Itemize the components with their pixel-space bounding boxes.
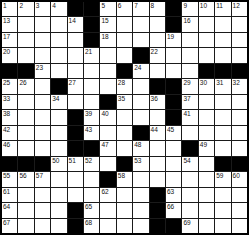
white-cell-r15c12[interactable]: 69	[182, 219, 197, 233]
black-cell-r8c11	[166, 110, 181, 124]
black-cell-r15c11	[166, 219, 181, 233]
clue-number-6: 6	[118, 2, 122, 9]
white-cell-r12c9[interactable]	[133, 172, 148, 186]
white-cell-r3c12[interactable]	[182, 33, 197, 47]
white-cell-r4c12[interactable]	[182, 48, 197, 62]
white-cell-r14c7[interactable]	[100, 203, 115, 217]
white-cell-r2c9[interactable]	[133, 17, 148, 31]
white-cell-r10c3[interactable]	[35, 141, 50, 155]
white-cell-r2c15[interactable]	[232, 17, 247, 31]
white-cell-r5c12[interactable]	[182, 64, 197, 78]
white-cell-r3c1[interactable]: 17	[2, 33, 17, 47]
white-cell-r6c1[interactable]: 25	[2, 79, 17, 93]
white-cell-r7c15[interactable]	[232, 95, 247, 109]
white-cell-r10c7[interactable]: 47	[100, 141, 115, 155]
white-cell-r9c6[interactable]: 43	[84, 126, 99, 140]
black-cell-r11c1	[2, 157, 17, 171]
white-cell-r8c10[interactable]	[150, 110, 165, 124]
white-cell-r8c6[interactable]: 39	[84, 110, 99, 124]
white-cell-r7c8[interactable]: 35	[117, 95, 132, 109]
crossword-board: 1234567891011121314151617181920212223242…	[0, 0, 249, 235]
white-cell-r7c9[interactable]	[133, 95, 148, 109]
white-cell-r10c13[interactable]: 49	[199, 141, 214, 155]
white-cell-r6c6[interactable]	[84, 79, 99, 93]
clue-number-62: 62	[101, 188, 108, 195]
white-cell-r2c10[interactable]	[150, 17, 165, 31]
white-cell-r2c12[interactable]: 16	[182, 17, 197, 31]
white-cell-r4c8[interactable]	[117, 48, 132, 62]
white-cell-r8c9[interactable]	[133, 110, 148, 124]
white-cell-r13c7[interactable]: 62	[100, 188, 115, 202]
white-cell-r1c9[interactable]: 7	[133, 2, 148, 16]
black-cell-r11c8	[117, 157, 132, 171]
white-cell-r4c6[interactable]: 21	[84, 48, 99, 62]
white-cell-r6c13[interactable]: 30	[199, 79, 214, 93]
white-cell-r5c7[interactable]	[100, 64, 115, 78]
white-cell-r14c4[interactable]	[51, 203, 66, 217]
white-cell-r6c7[interactable]	[100, 79, 115, 93]
white-cell-r3c5[interactable]	[68, 33, 83, 47]
white-cell-r5c9[interactable]: 24	[133, 64, 148, 78]
black-cell-r11c2	[18, 157, 33, 171]
white-cell-r13c8[interactable]	[117, 188, 132, 202]
white-cell-r9c8[interactable]	[117, 126, 132, 140]
white-cell-r12c3[interactable]: 57	[35, 172, 50, 186]
white-cell-r10c14[interactable]	[215, 141, 230, 155]
white-cell-r3c14[interactable]	[215, 33, 230, 47]
black-cell-r14c10	[150, 203, 165, 217]
clue-number-64: 64	[3, 203, 10, 210]
white-cell-r1c14[interactable]: 11	[215, 2, 230, 16]
black-cell-r10c6	[84, 141, 99, 155]
black-cell-r7c11	[166, 95, 181, 109]
white-cell-r8c12[interactable]: 41	[182, 110, 197, 124]
clue-number-41: 41	[183, 110, 190, 117]
white-cell-r12c15[interactable]: 60	[232, 172, 247, 186]
white-cell-r4c15[interactable]	[232, 48, 247, 62]
white-cell-r14c11[interactable]: 66	[166, 203, 181, 217]
clue-number-53: 53	[134, 157, 141, 164]
white-cell-r6c9[interactable]	[133, 79, 148, 93]
white-cell-r14c15[interactable]	[232, 203, 247, 217]
clue-number-23: 23	[36, 64, 43, 71]
clue-number-13: 13	[3, 17, 10, 24]
white-cell-r12c5[interactable]	[68, 172, 83, 186]
clue-number-7: 7	[134, 2, 138, 9]
white-cell-r15c13[interactable]	[199, 219, 214, 233]
white-cell-r13c9[interactable]	[133, 188, 148, 202]
clue-number-49: 49	[200, 141, 207, 148]
white-cell-r3c9[interactable]	[133, 33, 148, 47]
clue-number-66: 66	[167, 203, 174, 210]
white-cell-r1c13[interactable]: 10	[199, 2, 214, 16]
white-cell-r13c11[interactable]: 63	[166, 188, 181, 202]
white-cell-r1c8[interactable]: 6	[117, 2, 132, 16]
white-cell-r13c1[interactable]: 61	[2, 188, 17, 202]
white-cell-r14c2[interactable]	[18, 203, 33, 217]
white-cell-r14c8[interactable]	[117, 203, 132, 217]
black-cell-r2c6	[84, 17, 99, 31]
white-cell-r3c4[interactable]	[51, 33, 66, 47]
white-cell-r11c7[interactable]	[100, 157, 115, 171]
white-cell-r1c7[interactable]: 5	[100, 2, 115, 16]
clue-number-11: 11	[216, 2, 223, 9]
white-cell-r14c9[interactable]	[133, 203, 148, 217]
white-cell-r7c2[interactable]	[18, 95, 33, 109]
white-cell-r2c2[interactable]	[18, 17, 33, 31]
white-cell-r9c13[interactable]	[199, 126, 214, 140]
clue-number-26: 26	[19, 79, 26, 86]
black-cell-r6c4	[51, 79, 66, 93]
white-cell-r8c7[interactable]: 40	[100, 110, 115, 124]
clue-number-29: 29	[183, 79, 190, 86]
white-cell-r13c2[interactable]	[18, 188, 33, 202]
white-cell-r13c4[interactable]	[51, 188, 66, 202]
white-cell-r14c1[interactable]: 64	[2, 203, 17, 217]
white-cell-r4c4[interactable]	[51, 48, 66, 62]
black-cell-r10c12	[182, 141, 197, 155]
clue-number-33: 33	[3, 95, 10, 102]
white-cell-r1c3[interactable]: 3	[35, 2, 50, 16]
white-cell-r4c11[interactable]	[166, 48, 181, 62]
white-cell-r7c4[interactable]: 34	[51, 95, 66, 109]
black-cell-r5c2	[18, 64, 33, 78]
white-cell-r15c6[interactable]: 68	[84, 219, 99, 233]
white-cell-r12c1[interactable]: 55	[2, 172, 17, 186]
white-cell-r1c4[interactable]: 4	[51, 2, 66, 16]
clue-number-12: 12	[233, 2, 240, 9]
clue-number-42: 42	[3, 126, 10, 133]
white-cell-r12c11[interactable]	[166, 172, 181, 186]
white-cell-r9c3[interactable]	[35, 126, 50, 140]
white-cell-r8c4[interactable]	[51, 110, 66, 124]
white-cell-r11c10[interactable]	[150, 157, 165, 171]
black-cell-r15c10	[150, 219, 165, 233]
white-cell-r2c13[interactable]	[199, 17, 214, 31]
black-cell-r15c5	[68, 219, 83, 233]
white-cell-r8c14[interactable]	[215, 110, 230, 124]
black-cell-r1c11	[166, 2, 181, 16]
white-cell-r4c2[interactable]	[18, 48, 33, 62]
clue-number-43: 43	[85, 126, 92, 133]
clue-number-37: 37	[183, 95, 190, 102]
white-cell-r13c15[interactable]	[232, 188, 247, 202]
black-cell-r1c6	[84, 2, 99, 16]
white-cell-r2c3[interactable]	[35, 17, 50, 31]
black-cell-r11c3	[35, 157, 50, 171]
black-cell-r10c5	[68, 141, 83, 155]
white-cell-r8c2[interactable]	[18, 110, 33, 124]
white-cell-r8c13[interactable]	[199, 110, 214, 124]
clue-number-58: 58	[118, 172, 125, 179]
clue-number-1: 1	[3, 2, 7, 9]
clue-number-19: 19	[167, 33, 174, 40]
white-cell-r4c5[interactable]	[68, 48, 83, 62]
white-cell-r10c8[interactable]	[117, 141, 132, 155]
white-cell-r9c7[interactable]	[100, 126, 115, 140]
clue-number-27: 27	[69, 79, 76, 86]
clue-number-39: 39	[85, 110, 92, 117]
white-cell-r2c5[interactable]: 14	[68, 17, 83, 31]
white-cell-r15c4[interactable]	[51, 219, 66, 233]
white-cell-r9c10[interactable]: 44	[150, 126, 165, 140]
white-cell-r3c7[interactable]: 18	[100, 33, 115, 47]
white-cell-r11c11[interactable]	[166, 157, 181, 171]
white-cell-r15c15[interactable]	[232, 219, 247, 233]
white-cell-r4c7[interactable]	[100, 48, 115, 62]
white-cell-r5c4[interactable]	[51, 64, 66, 78]
clue-number-54: 54	[183, 157, 190, 164]
clue-number-31: 31	[216, 79, 223, 86]
white-cell-r13c13[interactable]	[199, 188, 214, 202]
black-cell-r9c9	[133, 126, 148, 140]
white-cell-r6c2[interactable]: 26	[18, 79, 33, 93]
white-cell-r11c9[interactable]: 53	[133, 157, 148, 171]
white-cell-r14c6[interactable]: 65	[84, 203, 99, 217]
white-cell-r13c6[interactable]	[84, 188, 99, 202]
white-cell-r11c13[interactable]	[199, 157, 214, 171]
white-cell-r9c1[interactable]: 42	[2, 126, 17, 140]
white-cell-r11c12[interactable]: 54	[182, 157, 197, 171]
white-cell-r2c4[interactable]	[51, 17, 66, 31]
clue-number-34: 34	[52, 95, 59, 102]
white-cell-r6c14[interactable]: 31	[215, 79, 230, 93]
clue-number-59: 59	[216, 172, 223, 179]
clue-number-14: 14	[69, 17, 76, 24]
white-cell-r1c12[interactable]: 9	[182, 2, 197, 16]
white-cell-r8c3[interactable]	[35, 110, 50, 124]
white-cell-r15c8[interactable]	[117, 219, 132, 233]
black-cell-r5c8	[117, 64, 132, 78]
clue-number-61: 61	[3, 188, 10, 195]
white-cell-r6c12[interactable]: 29	[182, 79, 197, 93]
clue-number-30: 30	[200, 79, 207, 86]
clue-number-8: 8	[151, 2, 155, 9]
white-cell-r6c15[interactable]: 32	[232, 79, 247, 93]
black-cell-r5c15	[232, 64, 247, 78]
white-cell-r15c2[interactable]	[18, 219, 33, 233]
white-cell-r13c3[interactable]	[35, 188, 50, 202]
clue-number-45: 45	[167, 126, 174, 133]
black-cell-r13c10	[150, 188, 165, 202]
white-cell-r4c1[interactable]: 20	[2, 48, 17, 62]
clue-number-21: 21	[85, 48, 92, 55]
black-cell-r2c11	[166, 17, 181, 31]
white-cell-r9c2[interactable]	[18, 126, 33, 140]
black-cell-r8c5	[68, 110, 83, 124]
clue-number-25: 25	[3, 79, 10, 86]
white-cell-r15c3[interactable]	[35, 219, 50, 233]
black-cell-r12c7	[100, 172, 115, 186]
clue-number-18: 18	[101, 33, 108, 40]
clue-number-65: 65	[85, 203, 92, 210]
black-cell-r6c10	[150, 79, 165, 93]
white-cell-r13c12[interactable]	[182, 188, 197, 202]
clue-number-10: 10	[200, 2, 207, 9]
clue-number-44: 44	[151, 126, 158, 133]
clue-number-16: 16	[183, 17, 190, 24]
black-cell-r3c6	[84, 33, 99, 47]
white-cell-r9c11[interactable]: 45	[166, 126, 181, 140]
black-cell-r14c5	[68, 203, 83, 217]
white-cell-r7c13[interactable]	[199, 95, 214, 109]
white-cell-r10c1[interactable]: 46	[2, 141, 17, 155]
clue-number-56: 56	[19, 172, 26, 179]
white-cell-r8c1[interactable]: 38	[2, 110, 17, 124]
clue-number-32: 32	[233, 79, 240, 86]
white-cell-r9c15[interactable]	[232, 126, 247, 140]
clue-number-60: 60	[233, 172, 240, 179]
white-cell-r2c8[interactable]	[117, 17, 132, 31]
white-cell-r15c14[interactable]	[215, 219, 230, 233]
white-cell-r6c8[interactable]: 28	[117, 79, 132, 93]
white-cell-r4c10[interactable]: 22	[150, 48, 165, 62]
white-cell-r15c1[interactable]: 67	[2, 219, 17, 233]
white-cell-r12c14[interactable]: 59	[215, 172, 230, 186]
white-cell-r1c1[interactable]: 1	[2, 2, 17, 16]
white-cell-r10c4[interactable]	[51, 141, 66, 155]
white-cell-r15c9[interactable]	[133, 219, 148, 233]
white-cell-r9c14[interactable]	[215, 126, 230, 140]
white-cell-r12c4[interactable]	[51, 172, 66, 186]
white-cell-r5c11[interactable]	[166, 64, 181, 78]
black-cell-r6c11	[166, 79, 181, 93]
white-cell-r1c10[interactable]: 8	[150, 2, 165, 16]
white-cell-r7c6[interactable]	[84, 95, 99, 109]
white-cell-r1c15[interactable]: 12	[232, 2, 247, 16]
white-cell-r4c13[interactable]	[199, 48, 214, 62]
white-cell-r10c15[interactable]	[232, 141, 247, 155]
clue-number-28: 28	[118, 79, 125, 86]
clue-number-35: 35	[118, 95, 125, 102]
black-cell-r5c14	[215, 64, 230, 78]
white-cell-r7c14[interactable]	[215, 95, 230, 109]
white-cell-r6c5[interactable]: 27	[68, 79, 83, 93]
clue-number-9: 9	[183, 2, 187, 9]
white-cell-r9c4[interactable]	[51, 126, 66, 140]
white-cell-r12c12[interactable]	[182, 172, 197, 186]
white-cell-r14c12[interactable]	[182, 203, 197, 217]
black-cell-r11c14	[215, 157, 230, 171]
white-cell-r6c3[interactable]	[35, 79, 50, 93]
white-cell-r10c10[interactable]	[150, 141, 165, 155]
black-cell-r5c1	[2, 64, 17, 78]
clue-number-55: 55	[3, 172, 10, 179]
clue-number-20: 20	[3, 48, 10, 55]
clue-number-57: 57	[36, 172, 43, 179]
white-cell-r3c11[interactable]: 19	[166, 33, 181, 47]
white-cell-r12c2[interactable]: 56	[18, 172, 33, 186]
clue-number-38: 38	[3, 110, 10, 117]
white-cell-r5c10[interactable]	[150, 64, 165, 78]
clue-number-47: 47	[101, 141, 108, 148]
clue-number-40: 40	[101, 110, 108, 117]
clue-number-50: 50	[52, 157, 59, 164]
white-cell-r3c8[interactable]	[117, 33, 132, 47]
black-cell-r11c15	[232, 157, 247, 171]
white-cell-r12c13[interactable]	[199, 172, 214, 186]
white-cell-r12c10[interactable]	[150, 172, 165, 186]
white-cell-r11c4[interactable]: 50	[51, 157, 66, 171]
black-cell-r9c5	[68, 126, 83, 140]
black-cell-r1c5	[68, 2, 83, 16]
black-cell-r5c13	[199, 64, 214, 78]
white-cell-r3c2[interactable]	[18, 33, 33, 47]
white-cell-r13c5[interactable]	[68, 188, 83, 202]
white-cell-r7c10[interactable]: 36	[150, 95, 165, 109]
white-cell-r12c6[interactable]	[84, 172, 99, 186]
white-cell-r3c3[interactable]	[35, 33, 50, 47]
white-cell-r11c5[interactable]: 51	[68, 157, 83, 171]
white-cell-r10c9[interactable]: 48	[133, 141, 148, 155]
white-cell-r3c13[interactable]	[199, 33, 214, 47]
clue-number-2: 2	[19, 2, 23, 9]
white-cell-r7c12[interactable]: 37	[182, 95, 197, 109]
white-cell-r7c3[interactable]	[35, 95, 50, 109]
white-cell-r2c14[interactable]	[215, 17, 230, 31]
white-cell-r15c7[interactable]	[100, 219, 115, 233]
clue-number-67: 67	[3, 219, 10, 226]
white-cell-r10c2[interactable]	[18, 141, 33, 155]
black-cell-r4c9	[133, 48, 148, 62]
clue-number-15: 15	[101, 17, 108, 24]
white-cell-r12c8[interactable]: 58	[117, 172, 132, 186]
clue-number-63: 63	[167, 188, 174, 195]
clue-number-4: 4	[52, 2, 56, 9]
white-cell-r5c6[interactable]	[84, 64, 99, 78]
clue-number-68: 68	[85, 219, 92, 226]
white-cell-r8c15[interactable]	[232, 110, 247, 124]
white-cell-r13c14[interactable]	[215, 188, 230, 202]
clue-number-48: 48	[134, 141, 141, 148]
clue-number-36: 36	[151, 95, 158, 102]
white-cell-r7c1[interactable]: 33	[2, 95, 17, 109]
white-cell-r11c6[interactable]: 52	[84, 157, 99, 171]
white-cell-r3c10[interactable]	[150, 33, 165, 47]
white-cell-r7c5[interactable]	[68, 95, 83, 109]
clue-number-46: 46	[3, 141, 10, 148]
white-cell-r1c2[interactable]: 2	[18, 2, 33, 16]
white-cell-r2c7[interactable]: 15	[100, 17, 115, 31]
clue-number-5: 5	[101, 2, 105, 9]
white-cell-r10c11[interactable]	[166, 141, 181, 155]
clue-number-17: 17	[3, 33, 10, 40]
white-cell-r5c3[interactable]: 23	[35, 64, 50, 78]
white-cell-r14c14[interactable]	[215, 203, 230, 217]
white-cell-r5c5[interactable]	[68, 64, 83, 78]
white-cell-r14c13[interactable]	[199, 203, 214, 217]
clue-number-52: 52	[85, 157, 92, 164]
clue-number-51: 51	[69, 157, 76, 164]
white-cell-r8c8[interactable]	[117, 110, 132, 124]
black-cell-r7c7	[100, 95, 115, 109]
clue-number-3: 3	[36, 2, 40, 9]
white-cell-r4c14[interactable]	[215, 48, 230, 62]
white-cell-r4c3[interactable]	[35, 48, 50, 62]
clue-number-69: 69	[183, 219, 190, 226]
white-cell-r3c15[interactable]	[232, 33, 247, 47]
white-cell-r14c3[interactable]	[35, 203, 50, 217]
clue-number-24: 24	[134, 64, 141, 71]
clue-number-22: 22	[151, 48, 158, 55]
white-cell-r9c12[interactable]	[182, 126, 197, 140]
white-cell-r2c1[interactable]: 13	[2, 17, 17, 31]
